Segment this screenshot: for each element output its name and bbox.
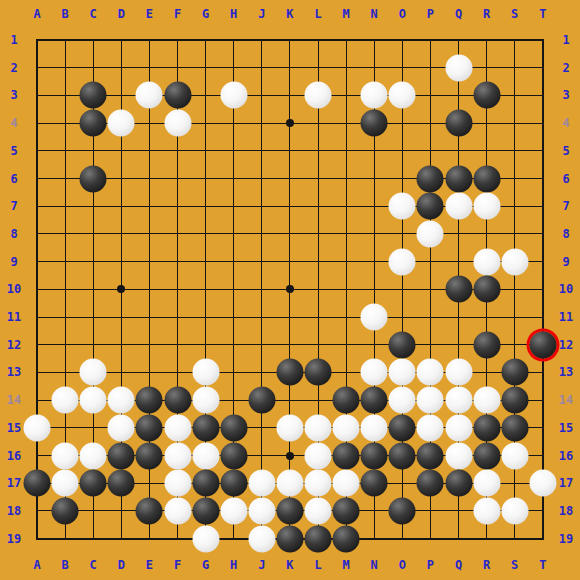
- stone-white-S9[interactable]: [501, 248, 528, 275]
- coord-row-left-2: 2: [10, 62, 17, 74]
- stone-white-Q7[interactable]: [445, 193, 472, 220]
- stone-white-F16[interactable]: [164, 442, 191, 469]
- stone-black-Q10[interactable]: [445, 276, 472, 303]
- coord-row-left-7: 7: [10, 200, 17, 212]
- stone-white-L18[interactable]: [305, 497, 332, 524]
- last-move-stone-black-T12[interactable]: [529, 331, 556, 358]
- stone-white-P8[interactable]: [417, 220, 444, 247]
- stone-white-O14[interactable]: [389, 387, 416, 414]
- coord-col-bottom-K: K: [286, 559, 293, 571]
- stone-black-N14[interactable]: [361, 387, 388, 414]
- coord-col-top-C: C: [90, 8, 97, 20]
- coord-row-right-7: 7: [562, 200, 569, 212]
- stone-white-C13[interactable]: [80, 359, 107, 386]
- stone-black-L19[interactable]: [305, 525, 332, 552]
- stone-black-Q6[interactable]: [445, 165, 472, 192]
- coord-col-bottom-H: H: [230, 559, 237, 571]
- stone-white-O13[interactable]: [389, 359, 416, 386]
- stone-black-F3[interactable]: [164, 82, 191, 109]
- coord-row-left-18: 18: [7, 505, 21, 517]
- stone-white-Q14[interactable]: [445, 387, 472, 414]
- stone-black-P17[interactable]: [417, 470, 444, 497]
- stone-black-G15[interactable]: [192, 414, 219, 441]
- stone-white-T17[interactable]: [529, 470, 556, 497]
- stone-white-F4[interactable]: [164, 110, 191, 137]
- stone-white-G13[interactable]: [192, 359, 219, 386]
- stone-white-B17[interactable]: [52, 470, 79, 497]
- stone-white-J17[interactable]: [248, 470, 275, 497]
- stone-black-C17[interactable]: [80, 470, 107, 497]
- stone-black-O18[interactable]: [389, 497, 416, 524]
- coord-col-top-L: L: [314, 8, 321, 20]
- stone-white-C14[interactable]: [80, 387, 107, 414]
- stone-white-K15[interactable]: [276, 414, 303, 441]
- coord-row-right-13: 13: [559, 366, 573, 378]
- stone-black-M14[interactable]: [333, 387, 360, 414]
- stone-black-C3[interactable]: [80, 82, 107, 109]
- stone-black-R10[interactable]: [473, 276, 500, 303]
- coord-col-bottom-N: N: [371, 559, 378, 571]
- star-point-K10: [286, 285, 294, 293]
- stone-black-M19[interactable]: [333, 525, 360, 552]
- coord-col-top-H: H: [230, 8, 237, 20]
- coord-col-bottom-O: O: [399, 559, 406, 571]
- coord-col-top-O: O: [399, 8, 406, 20]
- stone-white-P13[interactable]: [417, 359, 444, 386]
- stone-black-B18[interactable]: [52, 497, 79, 524]
- stone-black-H17[interactable]: [220, 470, 247, 497]
- stone-black-P6[interactable]: [417, 165, 444, 192]
- go-board[interactable]: AABBCCDDEEFFGGHHJJKKLLMMNNOOPPQQRRSSTT11…: [0, 0, 580, 580]
- stone-white-N13[interactable]: [361, 359, 388, 386]
- coord-row-left-10: 10: [7, 283, 21, 295]
- coord-col-bottom-J: J: [258, 559, 265, 571]
- stone-black-H16[interactable]: [220, 442, 247, 469]
- coord-row-right-15: 15: [559, 422, 573, 434]
- stone-black-N17[interactable]: [361, 470, 388, 497]
- stone-white-H18[interactable]: [220, 497, 247, 524]
- coord-col-bottom-D: D: [118, 559, 125, 571]
- stone-black-K19[interactable]: [276, 525, 303, 552]
- stone-black-O16[interactable]: [389, 442, 416, 469]
- coord-row-right-4: 4: [562, 117, 569, 129]
- stone-white-Q15[interactable]: [445, 414, 472, 441]
- stone-black-H15[interactable]: [220, 414, 247, 441]
- coord-row-right-12: 12: [559, 339, 573, 351]
- stone-white-M17[interactable]: [333, 470, 360, 497]
- coord-col-bottom-E: E: [146, 559, 153, 571]
- stone-white-B16[interactable]: [52, 442, 79, 469]
- stone-white-D15[interactable]: [108, 414, 135, 441]
- stone-white-R7[interactable]: [473, 193, 500, 220]
- stone-white-K17[interactable]: [276, 470, 303, 497]
- stone-white-E3[interactable]: [136, 82, 163, 109]
- coord-row-right-2: 2: [562, 62, 569, 74]
- coord-row-left-17: 17: [7, 477, 21, 489]
- stone-white-J18[interactable]: [248, 497, 275, 524]
- coord-col-top-P: P: [427, 8, 434, 20]
- stone-black-S14[interactable]: [501, 387, 528, 414]
- stone-white-O3[interactable]: [389, 82, 416, 109]
- coord-col-top-B: B: [61, 8, 68, 20]
- stone-black-R6[interactable]: [473, 165, 500, 192]
- stone-white-S16[interactable]: [501, 442, 528, 469]
- coord-row-left-16: 16: [7, 450, 21, 462]
- coord-col-top-J: J: [258, 8, 265, 20]
- coord-col-top-Q: Q: [455, 8, 462, 20]
- stone-white-A15[interactable]: [24, 414, 51, 441]
- coord-col-top-R: R: [483, 8, 490, 20]
- grid-line-horizontal: [37, 317, 543, 318]
- stone-black-E16[interactable]: [136, 442, 163, 469]
- stone-white-Q13[interactable]: [445, 359, 472, 386]
- stone-white-R9[interactable]: [473, 248, 500, 275]
- stone-white-J19[interactable]: [248, 525, 275, 552]
- coord-row-right-17: 17: [559, 477, 573, 489]
- coord-col-bottom-B: B: [61, 559, 68, 571]
- coord-row-left-8: 8: [10, 228, 17, 240]
- stone-black-E14[interactable]: [136, 387, 163, 414]
- coord-row-right-3: 3: [562, 89, 569, 101]
- coord-col-top-E: E: [146, 8, 153, 20]
- stone-black-M16[interactable]: [333, 442, 360, 469]
- coord-row-right-9: 9: [562, 256, 569, 268]
- stone-black-O12[interactable]: [389, 331, 416, 358]
- stone-white-D4[interactable]: [108, 110, 135, 137]
- coord-row-left-5: 5: [10, 145, 17, 157]
- coord-row-right-10: 10: [559, 283, 573, 295]
- stone-black-R15[interactable]: [473, 414, 500, 441]
- coord-col-bottom-L: L: [314, 559, 321, 571]
- coord-col-top-F: F: [174, 8, 181, 20]
- stone-white-G14[interactable]: [192, 387, 219, 414]
- stone-black-S13[interactable]: [501, 359, 528, 386]
- stone-white-N15[interactable]: [361, 414, 388, 441]
- stone-black-R16[interactable]: [473, 442, 500, 469]
- coord-row-right-19: 19: [559, 533, 573, 545]
- stone-white-G19[interactable]: [192, 525, 219, 552]
- stone-white-L16[interactable]: [305, 442, 332, 469]
- stone-black-C6[interactable]: [80, 165, 107, 192]
- stone-white-R17[interactable]: [473, 470, 500, 497]
- stone-black-M18[interactable]: [333, 497, 360, 524]
- coord-col-bottom-R: R: [483, 559, 490, 571]
- stone-white-D14[interactable]: [108, 387, 135, 414]
- coord-row-left-14: 14: [7, 394, 21, 406]
- coord-row-left-4: 4: [10, 117, 17, 129]
- coord-col-top-D: D: [118, 8, 125, 20]
- stone-black-Q17[interactable]: [445, 470, 472, 497]
- coord-col-bottom-M: M: [342, 559, 349, 571]
- coord-row-right-1: 1: [562, 34, 569, 46]
- coord-row-left-3: 3: [10, 89, 17, 101]
- star-point-K16: [286, 452, 294, 460]
- coord-row-left-19: 19: [7, 533, 21, 545]
- coord-row-right-8: 8: [562, 228, 569, 240]
- stone-black-P7[interactable]: [417, 193, 444, 220]
- coord-row-left-12: 12: [7, 339, 21, 351]
- stone-black-E18[interactable]: [136, 497, 163, 524]
- stone-black-A17[interactable]: [24, 470, 51, 497]
- stone-white-N11[interactable]: [361, 304, 388, 331]
- coord-row-right-6: 6: [562, 173, 569, 185]
- stone-white-P14[interactable]: [417, 387, 444, 414]
- stone-white-Q16[interactable]: [445, 442, 472, 469]
- coord-col-top-T: T: [539, 8, 546, 20]
- stone-white-F15[interactable]: [164, 414, 191, 441]
- stone-black-R3[interactable]: [473, 82, 500, 109]
- stone-white-O7[interactable]: [389, 193, 416, 220]
- stone-black-F14[interactable]: [164, 387, 191, 414]
- stone-white-N3[interactable]: [361, 82, 388, 109]
- coord-row-left-13: 13: [7, 366, 21, 378]
- stone-white-L17[interactable]: [305, 470, 332, 497]
- coord-col-bottom-P: P: [427, 559, 434, 571]
- star-point-D10: [117, 285, 125, 293]
- stone-black-R12[interactable]: [473, 331, 500, 358]
- coord-col-top-S: S: [511, 8, 518, 20]
- coord-col-top-A: A: [33, 8, 40, 20]
- stone-white-C16[interactable]: [80, 442, 107, 469]
- stone-white-G16[interactable]: [192, 442, 219, 469]
- coord-col-top-M: M: [342, 8, 349, 20]
- stone-white-M15[interactable]: [333, 414, 360, 441]
- stone-white-L15[interactable]: [305, 414, 332, 441]
- stone-black-G18[interactable]: [192, 497, 219, 524]
- stone-white-L3[interactable]: [305, 82, 332, 109]
- coord-col-top-N: N: [371, 8, 378, 20]
- stone-black-Q4[interactable]: [445, 110, 472, 137]
- stone-black-J14[interactable]: [248, 387, 275, 414]
- stone-white-P15[interactable]: [417, 414, 444, 441]
- coord-col-top-K: K: [286, 8, 293, 20]
- stone-black-S15[interactable]: [501, 414, 528, 441]
- stone-black-P16[interactable]: [417, 442, 444, 469]
- stone-white-R18[interactable]: [473, 497, 500, 524]
- stone-black-N4[interactable]: [361, 110, 388, 137]
- stone-white-F18[interactable]: [164, 497, 191, 524]
- coord-row-left-1: 1: [10, 34, 17, 46]
- stone-white-H3[interactable]: [220, 82, 247, 109]
- stone-black-E15[interactable]: [136, 414, 163, 441]
- coord-col-bottom-A: A: [33, 559, 40, 571]
- coord-col-bottom-Q: Q: [455, 559, 462, 571]
- stone-black-D17[interactable]: [108, 470, 135, 497]
- stone-black-C4[interactable]: [80, 110, 107, 137]
- stone-white-S18[interactable]: [501, 497, 528, 524]
- stone-white-Q2[interactable]: [445, 54, 472, 81]
- stone-black-K13[interactable]: [276, 359, 303, 386]
- coord-col-bottom-G: G: [202, 559, 209, 571]
- coord-row-left-11: 11: [7, 311, 21, 323]
- go-board-screenshot: AABBCCDDEEFFGGHHJJKKLLMMNNOOPPQQRRSSTT11…: [0, 0, 580, 580]
- stone-white-F17[interactable]: [164, 470, 191, 497]
- stone-black-N16[interactable]: [361, 442, 388, 469]
- stone-black-O15[interactable]: [389, 414, 416, 441]
- coord-row-right-5: 5: [562, 145, 569, 157]
- coord-row-left-6: 6: [10, 173, 17, 185]
- grid-line-horizontal: [37, 344, 543, 345]
- coord-col-bottom-C: C: [90, 559, 97, 571]
- coord-row-right-16: 16: [559, 450, 573, 462]
- stone-black-L13[interactable]: [305, 359, 332, 386]
- coord-col-top-G: G: [202, 8, 209, 20]
- coord-row-right-18: 18: [559, 505, 573, 517]
- coord-row-left-9: 9: [10, 256, 17, 268]
- stone-white-O9[interactable]: [389, 248, 416, 275]
- stone-black-G17[interactable]: [192, 470, 219, 497]
- coord-row-right-14: 14: [559, 394, 573, 406]
- coord-col-bottom-F: F: [174, 559, 181, 571]
- stone-black-D16[interactable]: [108, 442, 135, 469]
- coord-col-bottom-T: T: [539, 559, 546, 571]
- stone-white-B14[interactable]: [52, 387, 79, 414]
- stone-black-K18[interactable]: [276, 497, 303, 524]
- stone-white-R14[interactable]: [473, 387, 500, 414]
- star-point-K4: [286, 119, 294, 127]
- coord-row-left-15: 15: [7, 422, 21, 434]
- coord-row-right-11: 11: [559, 311, 573, 323]
- coord-col-bottom-S: S: [511, 559, 518, 571]
